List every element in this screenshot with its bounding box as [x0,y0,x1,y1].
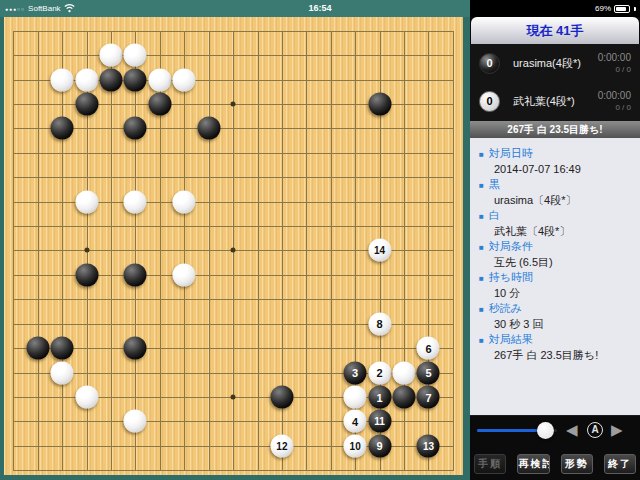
grid-line-v [453,31,454,472]
status-bar: ●●●○○ SoftBank 16:54 69% [0,0,640,17]
white-stone [393,361,416,384]
white-player-name: 武礼葉(4段*) [513,94,598,109]
bullet-icon: ■ [479,212,484,221]
black-stone [124,68,147,91]
info-value: urasima〔4段*〕 [479,193,631,208]
black-stone [197,117,220,140]
game-info-list: ■対局日時2014-07-07 16:49■黒urasima〔4段*〕■白武礼葉… [470,138,640,415]
white-stone [51,361,74,384]
white-player-clock: 0:00:00 0 / 0 [598,90,631,113]
star-point [231,101,236,106]
auto-play-button[interactable]: A [587,422,603,438]
star-point [231,248,236,253]
black-periods: 0 / 0 [615,65,631,74]
info-label: ■対局条件 [479,239,631,255]
star-point [84,248,89,253]
next-move-button[interactable]: ▶ [611,421,623,439]
white-stone [99,44,122,67]
white-stone [75,386,98,409]
info-value: 2014-07-07 16:49 [479,162,631,177]
white-stone [173,68,196,91]
action-buttons-row: 手順再検討形勢終了 [474,454,636,474]
info-label: ■持ち時間 [479,270,631,286]
player-row-black: 0 urasima(4段*) 0:00:00 0 / 0 [470,44,640,82]
button-形勢[interactable]: 形勢 [561,454,593,474]
bullet-icon: ■ [479,150,484,159]
white-stone [75,68,98,91]
grid-line-v [306,31,307,472]
bullet-icon: ■ [479,243,484,252]
black-stone-icon: 0 [479,53,500,74]
white-stone: 6 [417,337,440,360]
black-stone: 3 [344,361,367,384]
button-再検討[interactable]: 再検討 [517,454,549,474]
black-stone [51,337,74,360]
black-stone [99,68,122,91]
white-stone [51,68,74,91]
app-screen: ●●●○○ SoftBank 16:54 69% 148632517411121… [0,0,640,480]
black-stone [124,337,147,360]
white-periods: 0 / 0 [615,103,631,112]
prev-move-button[interactable]: ◀ [566,421,578,439]
move-counter-header: 現在 41手 [471,17,639,44]
black-time: 0:00:00 [598,52,631,63]
player-row-white: 0 武礼葉(4段*) 0:00:00 0 / 0 [470,82,640,120]
info-value: 30 秒 3 回 [479,317,631,332]
white-stone [344,386,367,409]
players-panel: 0 urasima(4段*) 0:00:00 0 / 0 0 武礼葉(4段*) … [470,44,640,121]
white-stone [173,263,196,286]
status-left: ●●●○○ SoftBank [5,0,75,17]
goban[interactable]: 1486325174111210913 [4,17,463,475]
status-right: 69% [595,0,636,17]
info-label: ■黒 [479,177,631,193]
white-stone [124,410,147,433]
black-stone: 5 [417,361,440,384]
info-value: 267手 白 23.5目勝ち! [479,348,631,363]
black-stone [148,92,171,115]
bullet-icon: ■ [479,274,484,283]
black-stone [51,117,74,140]
black-stone: 13 [417,434,440,457]
star-point [231,395,236,400]
move-slider[interactable] [477,429,557,432]
white-stone [173,190,196,213]
black-player-name: urasima(4段*) [513,56,598,71]
white-stone: 14 [368,239,391,262]
white-stone [124,190,147,213]
info-value: 10 分 [479,286,631,301]
slider-thumb[interactable] [537,422,554,439]
result-bar: 267手 白 23.5目勝ち! [470,121,640,138]
black-stone: 11 [368,410,391,433]
white-stone-icon: 0 [479,91,500,112]
bullet-icon: ■ [479,181,484,190]
info-label: ■白 [479,208,631,224]
sidebar: 現在 41手 0 urasima(4段*) 0:00:00 0 / 0 0 武礼… [470,17,640,480]
info-value: 互先 (6.5目) [479,255,631,270]
grid-line-h [13,299,454,300]
info-label: ■対局結果 [479,332,631,348]
white-stone: 2 [368,361,391,384]
info-label: ■秒読み [479,301,631,317]
signal-strength-icon: ●●●○○ [5,6,25,12]
black-stone [124,263,147,286]
bullet-icon: ■ [479,336,484,345]
white-stone: 8 [368,312,391,335]
black-stone [368,92,391,115]
battery-nub [634,7,636,11]
grid-line-v [331,31,332,472]
white-stone: 4 [344,410,367,433]
black-stone: 7 [417,386,440,409]
button-手順: 手順 [474,454,506,474]
black-stone [270,386,293,409]
black-stone [124,117,147,140]
white-time: 0:00:00 [598,90,631,101]
black-player-clock: 0:00:00 0 / 0 [598,52,631,75]
info-value: 武礼葉〔4段*〕 [479,224,631,239]
white-stone: 12 [270,434,293,457]
battery-icon [614,5,630,13]
white-stone: 10 [344,434,367,457]
clock-label: 16:54 [250,0,390,17]
wifi-icon [64,4,75,13]
white-stone [148,68,171,91]
grid-line-v [258,31,259,472]
button-終了[interactable]: 終了 [604,454,636,474]
white-stone [75,190,98,213]
carrier-label: SoftBank [28,4,60,13]
black-stone [75,263,98,286]
black-stone [75,92,98,115]
slider-fill [477,429,545,432]
info-label: ■対局日時 [479,146,631,162]
bullet-icon: ■ [479,305,484,314]
black-stone: 1 [368,386,391,409]
grid-line-h [13,470,454,471]
white-stone [124,44,147,67]
controls-panel: ◀ A ▶ 手順再検討形勢終了 [470,415,640,480]
black-stone [393,386,416,409]
grid-line-h [13,348,454,349]
black-stone: 9 [368,434,391,457]
black-stone [26,337,49,360]
battery-percent-label: 69% [595,4,611,13]
go-board-panel: 1486325174111210913 [0,17,470,480]
